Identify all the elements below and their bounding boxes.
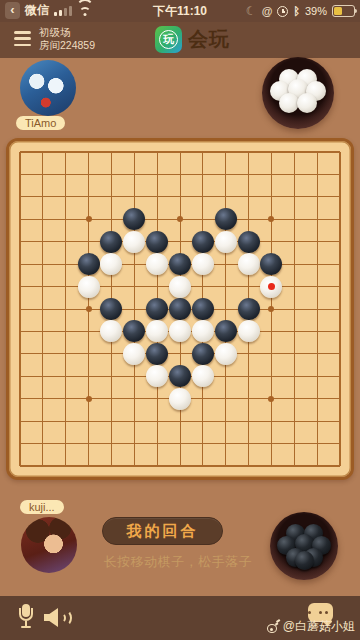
- stone-white[interactable]: [78, 276, 100, 298]
- grid-line-h: [20, 421, 340, 422]
- stone-black[interactable]: [100, 298, 122, 320]
- stone-white[interactable]: [100, 320, 122, 342]
- last-move-marker: [268, 283, 275, 290]
- grid-line-h: [20, 353, 340, 354]
- stone-white[interactable]: [146, 320, 168, 342]
- stone-white[interactable]: [123, 231, 145, 253]
- grid-line-v: [317, 152, 318, 466]
- stone-white[interactable]: [169, 276, 191, 298]
- arena-label: 初级场: [39, 26, 95, 39]
- speaker-icon[interactable]: [44, 608, 68, 627]
- stone-white[interactable]: [192, 365, 214, 387]
- logo-wan-glyph: 玩: [159, 30, 178, 49]
- dnd-moon-icon: ☾: [246, 4, 257, 18]
- battery-percent: 39%: [305, 5, 327, 17]
- stone-black[interactable]: [146, 343, 168, 365]
- stone-black[interactable]: [238, 231, 260, 253]
- stone-white[interactable]: [192, 253, 214, 275]
- star-point: [268, 396, 274, 402]
- status-bar: ‹ 微信 下午11:10 ☾ @ ᛒ 39%: [0, 0, 360, 22]
- stone-black[interactable]: [123, 320, 145, 342]
- alarm-icon: [277, 6, 288, 17]
- stone-white[interactable]: [215, 343, 237, 365]
- grid-line-v: [294, 152, 295, 466]
- stone-white[interactable]: [169, 320, 191, 342]
- stone-black[interactable]: [238, 298, 260, 320]
- star-point: [268, 306, 274, 312]
- stone-white[interactable]: [260, 276, 282, 298]
- bluetooth-icon: ᛒ: [293, 5, 300, 17]
- stone-black[interactable]: [192, 343, 214, 365]
- header-bar: 初级场 房间224859 玩 会玩: [0, 22, 360, 58]
- stone-white[interactable]: [192, 320, 214, 342]
- stone-white[interactable]: [146, 365, 168, 387]
- drag-hint-text: 长按移动棋子，松手落子: [88, 553, 268, 571]
- stone-black[interactable]: [215, 208, 237, 230]
- room-number: 房间224859: [39, 39, 95, 52]
- black-stone-bowl: [270, 512, 338, 580]
- microphone-icon[interactable]: [18, 604, 34, 630]
- stone-black[interactable]: [146, 231, 168, 253]
- bottom-bar: @白蘑菇小姐: [0, 596, 360, 640]
- watermark: @白蘑菇小姐: [267, 618, 355, 635]
- opponent-name: TiAmo: [16, 116, 65, 130]
- status-right: ☾ @ ᛒ 39%: [246, 0, 355, 22]
- stone-white[interactable]: [100, 253, 122, 275]
- stone-white[interactable]: [238, 253, 260, 275]
- app-logo-icon: 玩: [155, 26, 182, 53]
- bowl-stone-white: [279, 93, 299, 113]
- white-stone-bowl: [262, 57, 334, 129]
- bowl-stone-black: [295, 551, 314, 570]
- stone-black[interactable]: [215, 320, 237, 342]
- stone-black[interactable]: [100, 231, 122, 253]
- my-turn-button: 我的回合: [102, 517, 223, 545]
- stone-white[interactable]: [169, 388, 191, 410]
- stone-black[interactable]: [78, 253, 100, 275]
- grid-line-h: [20, 465, 340, 467]
- grid-line-v: [225, 152, 226, 466]
- stone-white[interactable]: [238, 320, 260, 342]
- app-logo: 玩 会玩: [155, 26, 230, 53]
- star-point: [268, 216, 274, 222]
- grid-line-h: [20, 443, 340, 444]
- weibo-icon: [267, 620, 280, 633]
- stone-black[interactable]: [192, 298, 214, 320]
- stone-black[interactable]: [192, 231, 214, 253]
- board-grid[interactable]: [20, 152, 340, 466]
- star-point: [177, 216, 183, 222]
- watermark-text: @白蘑菇小姐: [283, 618, 355, 635]
- stone-black[interactable]: [169, 298, 191, 320]
- app-title: 会玩: [188, 26, 230, 53]
- stone-white[interactable]: [146, 253, 168, 275]
- stone-white[interactable]: [215, 231, 237, 253]
- star-point: [86, 306, 92, 312]
- my-avatar[interactable]: [21, 517, 77, 573]
- grid-line-v: [339, 152, 341, 466]
- battery-icon: [332, 5, 355, 17]
- stone-black[interactable]: [169, 365, 191, 387]
- app-screen: ‹ 微信 下午11:10 ☾ @ ᛒ 39% 初级场 房间224859 玩 会玩: [0, 0, 360, 640]
- opponent-avatar[interactable]: [20, 60, 76, 116]
- menu-button[interactable]: [14, 31, 31, 46]
- stone-black[interactable]: [146, 298, 168, 320]
- room-info: 初级场 房间224859: [39, 26, 95, 52]
- bowl-stone-white: [297, 93, 317, 113]
- board-panel: [6, 138, 354, 480]
- stone-white[interactable]: [123, 343, 145, 365]
- my-name: kuji...: [20, 500, 64, 514]
- stone-black[interactable]: [169, 253, 191, 275]
- star-point: [86, 216, 92, 222]
- stone-black[interactable]: [123, 208, 145, 230]
- orientation-lock-icon: @: [262, 5, 273, 17]
- star-point: [86, 396, 92, 402]
- stone-black[interactable]: [260, 253, 282, 275]
